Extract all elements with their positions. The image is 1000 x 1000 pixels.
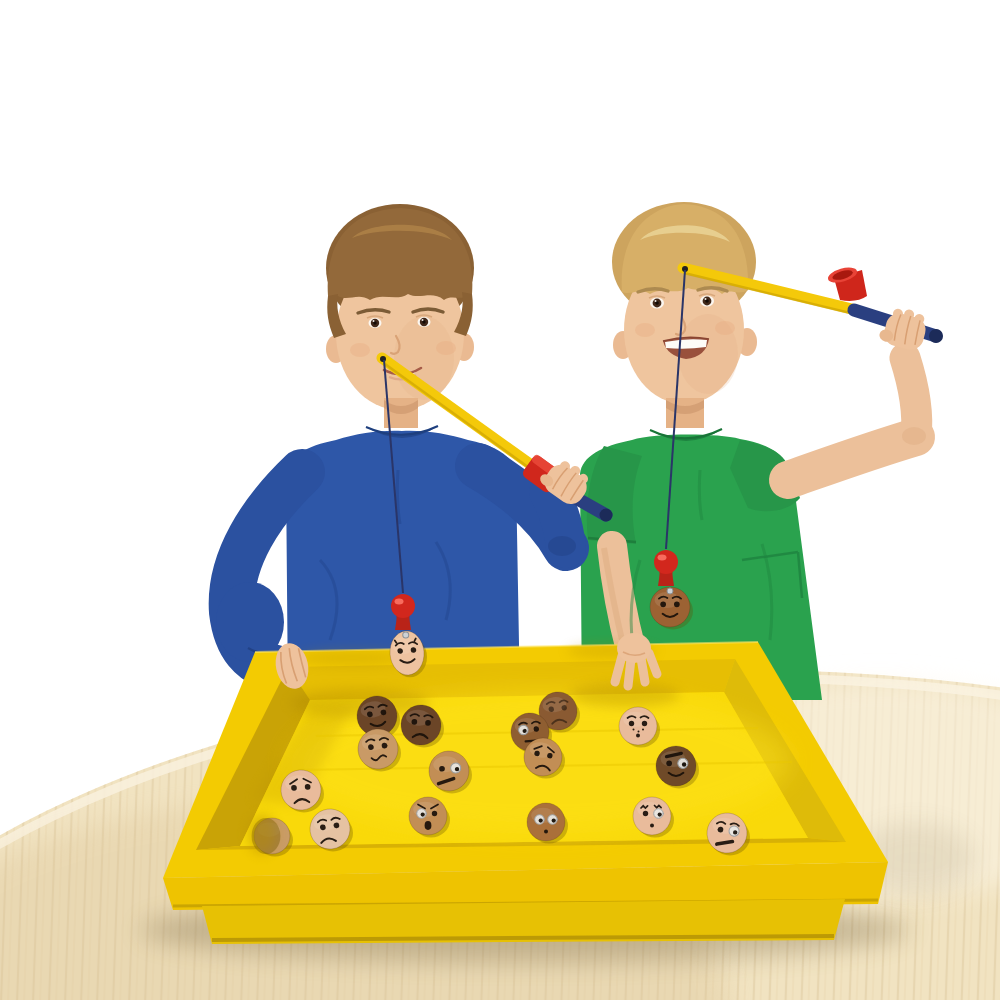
rod-left-tip — [380, 356, 386, 362]
product-photo — [0, 0, 1000, 1000]
tray — [163, 642, 888, 944]
player-right-arm-right-forearm — [905, 358, 917, 437]
